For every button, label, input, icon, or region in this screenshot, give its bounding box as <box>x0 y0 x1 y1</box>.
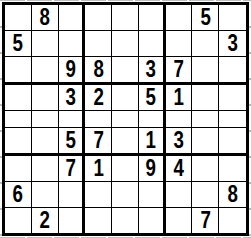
sudoku-cell-r5c1[interactable] <box>5 111 32 128</box>
sudoku-cell-r5c8[interactable] <box>192 111 219 128</box>
given-digit: 5 <box>65 128 75 153</box>
given-digit: 2 <box>93 85 103 110</box>
sudoku-cell-r2c5[interactable] <box>112 31 139 57</box>
sudoku-cell-r7c1[interactable] <box>5 156 32 182</box>
sudoku-cell-r2c7[interactable] <box>166 31 193 57</box>
sudoku-cell-r8c2[interactable] <box>32 182 59 208</box>
sudoku-cell-r8c9[interactable]: 8 <box>219 182 246 208</box>
sudoku-cell-r1c5[interactable] <box>112 5 139 31</box>
given-digit: 9 <box>146 156 156 181</box>
sudoku-cell-r1c3[interactable] <box>59 5 86 31</box>
sudoku-cell-r9c2[interactable]: 2 <box>32 208 59 233</box>
given-digit: 8 <box>39 5 49 30</box>
sudoku-cell-r3c3[interactable]: 9 <box>59 57 86 85</box>
sudoku-cell-r4c2[interactable] <box>32 85 59 111</box>
sudoku-cell-r1c9[interactable] <box>219 5 246 31</box>
sudoku-cell-r1c8[interactable]: 5 <box>192 5 219 31</box>
sudoku-cell-r5c5[interactable] <box>112 111 139 128</box>
sudoku-cell-r7c6[interactable]: 9 <box>139 156 166 182</box>
sudoku-cell-r8c1[interactable]: 6 <box>5 182 32 208</box>
sheet-gridline-bottom <box>0 237 251 238</box>
sudoku-cell-r4c9[interactable] <box>219 85 246 111</box>
sudoku-cell-r3c5[interactable] <box>112 57 139 85</box>
sudoku-cell-r6c8[interactable] <box>192 128 219 156</box>
sudoku-cell-r3c4[interactable]: 8 <box>85 57 112 85</box>
sudoku-cell-r4c4[interactable]: 2 <box>85 85 112 111</box>
given-digit: 5 <box>200 5 210 30</box>
sudoku-cell-r7c3[interactable]: 7 <box>59 156 86 182</box>
sudoku-cell-r2c3[interactable] <box>59 31 86 57</box>
sudoku-cell-r8c7[interactable] <box>166 182 193 208</box>
sheet-gridline-top <box>0 0 251 1</box>
sudoku-cell-r4c6[interactable]: 5 <box>139 85 166 111</box>
given-digit: 3 <box>173 128 183 153</box>
given-digit: 7 <box>65 156 75 181</box>
sudoku-cell-r4c7[interactable]: 1 <box>166 85 193 111</box>
sudoku-cell-r6c2[interactable] <box>32 128 59 156</box>
sudoku-cell-r2c6[interactable] <box>139 31 166 57</box>
sudoku-cell-r6c5[interactable] <box>112 128 139 156</box>
sudoku-cell-r1c1[interactable] <box>5 5 32 31</box>
sudoku-cell-r6c9[interactable] <box>219 128 246 156</box>
sudoku-cell-r7c8[interactable] <box>192 156 219 182</box>
sudoku-cell-r6c1[interactable] <box>5 128 32 156</box>
sudoku-cell-r3c7[interactable]: 7 <box>166 57 193 85</box>
sudoku-cell-r5c2[interactable] <box>32 111 59 128</box>
sudoku-cell-r7c9[interactable] <box>219 156 246 182</box>
sudoku-cell-r9c8[interactable]: 7 <box>192 208 219 233</box>
given-digit: 7 <box>93 128 103 153</box>
sudoku-cell-r9c5[interactable] <box>112 208 139 233</box>
sudoku-cell-r4c3[interactable]: 3 <box>59 85 86 111</box>
sudoku-cell-r2c8[interactable] <box>192 31 219 57</box>
sudoku-cell-r3c6[interactable]: 3 <box>139 57 166 85</box>
sudoku-cell-r9c3[interactable] <box>59 208 86 233</box>
sudoku-cell-r2c4[interactable] <box>85 31 112 57</box>
given-digit: 8 <box>93 57 103 82</box>
sudoku-cell-r9c6[interactable] <box>139 208 166 233</box>
sudoku-cell-r1c7[interactable] <box>166 5 193 31</box>
sudoku-cell-r1c6[interactable] <box>139 5 166 31</box>
given-digit: 1 <box>173 85 183 110</box>
given-digit: 5 <box>13 31 23 56</box>
sheet-gridline-right <box>249 2 251 236</box>
sudoku-cell-r6c7[interactable]: 3 <box>166 128 193 156</box>
sudoku-cell-r7c7[interactable]: 4 <box>166 156 193 182</box>
sudoku-cell-r6c4[interactable]: 7 <box>85 128 112 156</box>
sudoku-board: 855398373251571371946827 <box>2 2 249 236</box>
given-digit: 2 <box>39 208 49 233</box>
sudoku-cell-r7c5[interactable] <box>112 156 139 182</box>
sudoku-cell-r8c8[interactable] <box>192 182 219 208</box>
sudoku-cell-r9c9[interactable] <box>219 208 246 233</box>
sudoku-cell-r8c4[interactable] <box>85 182 112 208</box>
sudoku-cell-r8c5[interactable] <box>112 182 139 208</box>
sudoku-cell-r4c5[interactable] <box>112 85 139 111</box>
sudoku-cell-r9c1[interactable] <box>5 208 32 233</box>
given-digit: 1 <box>146 128 156 153</box>
sudoku-cell-r3c8[interactable] <box>192 57 219 85</box>
sudoku-cell-r4c1[interactable] <box>5 85 32 111</box>
given-digit: 7 <box>200 208 210 233</box>
sudoku-cell-r2c9[interactable]: 3 <box>219 31 246 57</box>
sudoku-cell-r9c4[interactable] <box>85 208 112 233</box>
sudoku-cell-r3c2[interactable] <box>32 57 59 85</box>
sudoku-cell-r4c8[interactable] <box>192 85 219 111</box>
sudoku-cell-r3c1[interactable] <box>5 57 32 85</box>
given-digit: 4 <box>173 156 183 181</box>
sudoku-cell-r7c2[interactable] <box>32 156 59 182</box>
given-digit: 5 <box>146 85 156 110</box>
given-digit: 3 <box>65 85 75 110</box>
sudoku-cell-r8c6[interactable] <box>139 182 166 208</box>
sudoku-cell-r2c1[interactable]: 5 <box>5 31 32 57</box>
given-digit: 9 <box>65 57 75 82</box>
sudoku-cell-r6c3[interactable]: 5 <box>59 128 86 156</box>
sudoku-cell-r3c9[interactable] <box>219 57 246 85</box>
given-digit: 7 <box>173 57 183 82</box>
sudoku-cell-r7c4[interactable]: 1 <box>85 156 112 182</box>
sudoku-cell-r1c4[interactable] <box>85 5 112 31</box>
given-digit: 3 <box>146 57 156 82</box>
sudoku-cell-r8c3[interactable] <box>59 182 86 208</box>
sudoku-cell-r6c6[interactable]: 1 <box>139 128 166 156</box>
sudoku-cell-r9c7[interactable] <box>166 208 193 233</box>
sudoku-cell-r5c9[interactable] <box>219 111 246 128</box>
given-digit: 6 <box>13 182 23 207</box>
sudoku-cell-r1c2[interactable]: 8 <box>32 5 59 31</box>
given-digit: 8 <box>227 182 237 207</box>
given-digit: 3 <box>227 31 237 56</box>
given-digit: 1 <box>93 156 103 181</box>
sudoku-cell-r2c2[interactable] <box>32 31 59 57</box>
sudoku-screenshot: 855398373251571371946827 <box>0 0 251 238</box>
